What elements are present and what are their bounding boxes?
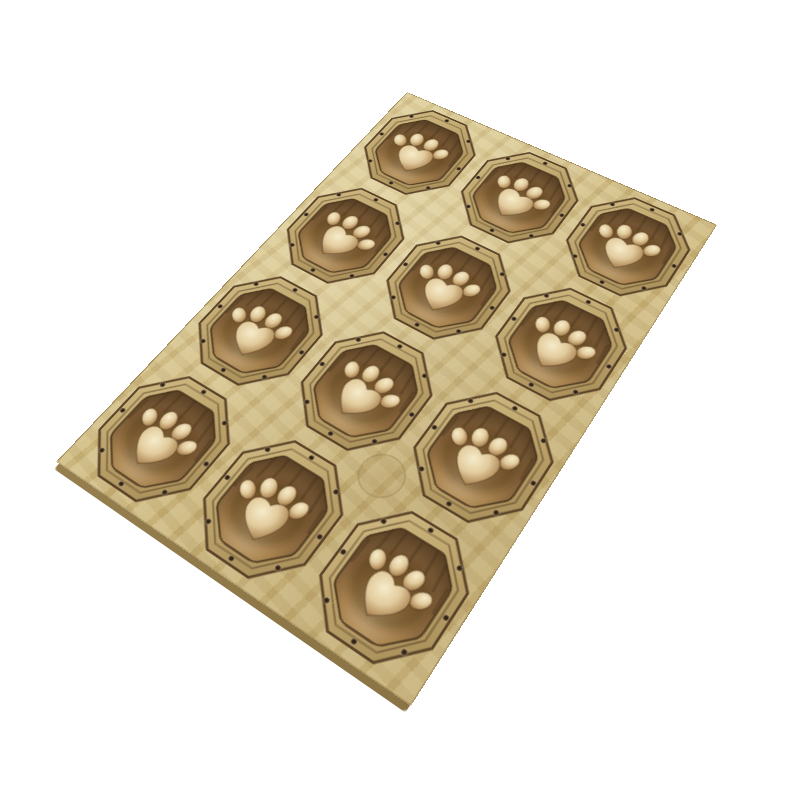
- product-photo: [0, 0, 800, 800]
- mold-tray: [56, 92, 717, 706]
- toe-pad: [497, 175, 511, 188]
- cavity-grid: [58, 93, 716, 704]
- toe-pad: [535, 317, 551, 334]
